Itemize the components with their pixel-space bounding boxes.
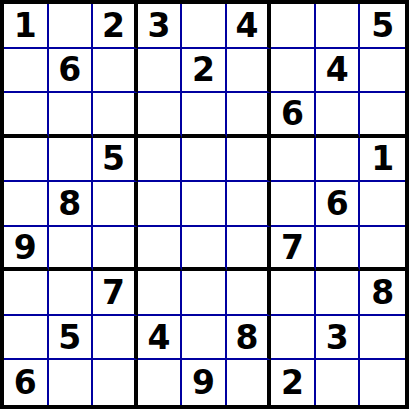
sudoku-cell-r6c3[interactable] <box>93 227 138 272</box>
sudoku-cell-r4c3[interactable]: 5 <box>93 138 138 183</box>
sudoku-cell-r4c2[interactable] <box>49 138 94 183</box>
sudoku-cell-r3c3[interactable] <box>93 93 138 138</box>
sudoku-cell-r1c6[interactable]: 4 <box>227 4 272 49</box>
sudoku-cell-r7c8[interactable] <box>316 271 361 316</box>
sudoku-cell-r4c4[interactable] <box>138 138 183 183</box>
sudoku-cell-r7c3[interactable]: 7 <box>93 271 138 316</box>
sudoku-cell-r5c1[interactable] <box>4 182 49 227</box>
sudoku-cell-r9c4[interactable] <box>138 360 183 405</box>
sudoku-cell-r8c6[interactable]: 8 <box>227 316 272 361</box>
sudoku-cell-r7c1[interactable] <box>4 271 49 316</box>
sudoku-cell-r8c2[interactable]: 5 <box>49 316 94 361</box>
sudoku-cell-r1c3[interactable]: 2 <box>93 4 138 49</box>
sudoku-cell-r9c1[interactable]: 6 <box>4 360 49 405</box>
sudoku-cell-r7c6[interactable] <box>227 271 272 316</box>
sudoku-cell-r4c6[interactable] <box>227 138 272 183</box>
sudoku-board-frame: 123456246518697785483692 <box>0 0 409 409</box>
sudoku-cell-r7c9[interactable]: 8 <box>360 271 405 316</box>
sudoku-cell-r8c1[interactable] <box>4 316 49 361</box>
sudoku-cell-r5c8[interactable]: 6 <box>316 182 361 227</box>
sudoku-cell-r1c8[interactable] <box>316 4 361 49</box>
sudoku-cell-r1c2[interactable] <box>49 4 94 49</box>
sudoku-cell-r2c3[interactable] <box>93 49 138 94</box>
sudoku-cell-r1c1[interactable]: 1 <box>4 4 49 49</box>
sudoku-cell-r9c6[interactable] <box>227 360 272 405</box>
sudoku-cell-r5c2[interactable]: 8 <box>49 182 94 227</box>
sudoku-cell-r9c5[interactable]: 9 <box>182 360 227 405</box>
sudoku-cell-r4c7[interactable] <box>271 138 316 183</box>
sudoku-cell-r1c7[interactable] <box>271 4 316 49</box>
sudoku-cell-r5c7[interactable] <box>271 182 316 227</box>
sudoku-cell-r7c7[interactable] <box>271 271 316 316</box>
sudoku-cell-r4c5[interactable] <box>182 138 227 183</box>
sudoku-cell-r2c2[interactable]: 6 <box>49 49 94 94</box>
sudoku-cell-r6c7[interactable]: 7 <box>271 227 316 272</box>
sudoku-cell-r6c5[interactable] <box>182 227 227 272</box>
sudoku-cell-r8c3[interactable] <box>93 316 138 361</box>
sudoku-cell-r5c9[interactable] <box>360 182 405 227</box>
sudoku-cell-r9c8[interactable] <box>316 360 361 405</box>
sudoku-cell-r2c6[interactable] <box>227 49 272 94</box>
sudoku-cell-r2c8[interactable]: 4 <box>316 49 361 94</box>
sudoku-cell-r3c8[interactable] <box>316 93 361 138</box>
sudoku-cell-r5c6[interactable] <box>227 182 272 227</box>
sudoku-cell-r7c4[interactable] <box>138 271 183 316</box>
sudoku-cell-r6c6[interactable] <box>227 227 272 272</box>
sudoku-cell-r5c4[interactable] <box>138 182 183 227</box>
sudoku-cell-r8c8[interactable]: 3 <box>316 316 361 361</box>
sudoku-cell-r3c7[interactable]: 6 <box>271 93 316 138</box>
sudoku-cell-r3c4[interactable] <box>138 93 183 138</box>
sudoku-cell-r9c9[interactable] <box>360 360 405 405</box>
sudoku-board: 123456246518697785483692 <box>4 4 405 405</box>
sudoku-cell-r6c2[interactable] <box>49 227 94 272</box>
sudoku-cell-r1c4[interactable]: 3 <box>138 4 183 49</box>
sudoku-cell-r3c5[interactable] <box>182 93 227 138</box>
sudoku-cell-r9c2[interactable] <box>49 360 94 405</box>
sudoku-cell-r1c9[interactable]: 5 <box>360 4 405 49</box>
sudoku-cell-r3c1[interactable] <box>4 93 49 138</box>
sudoku-cell-r2c7[interactable] <box>271 49 316 94</box>
sudoku-cell-r2c1[interactable] <box>4 49 49 94</box>
sudoku-cell-r9c3[interactable] <box>93 360 138 405</box>
sudoku-cell-r9c7[interactable]: 2 <box>271 360 316 405</box>
sudoku-cell-r8c9[interactable] <box>360 316 405 361</box>
sudoku-cell-r7c2[interactable] <box>49 271 94 316</box>
sudoku-cell-r4c8[interactable] <box>316 138 361 183</box>
sudoku-cell-r6c4[interactable] <box>138 227 183 272</box>
sudoku-cell-r8c5[interactable] <box>182 316 227 361</box>
sudoku-cell-r3c2[interactable] <box>49 93 94 138</box>
sudoku-cell-r6c8[interactable] <box>316 227 361 272</box>
sudoku-cell-r2c9[interactable] <box>360 49 405 94</box>
sudoku-cell-r2c4[interactable] <box>138 49 183 94</box>
sudoku-cell-r3c6[interactable] <box>227 93 272 138</box>
sudoku-cell-r6c1[interactable]: 9 <box>4 227 49 272</box>
sudoku-cell-r2c5[interactable]: 2 <box>182 49 227 94</box>
sudoku-cell-r7c5[interactable] <box>182 271 227 316</box>
sudoku-cell-r5c5[interactable] <box>182 182 227 227</box>
sudoku-cell-r3c9[interactable] <box>360 93 405 138</box>
sudoku-cell-r1c5[interactable] <box>182 4 227 49</box>
sudoku-cell-r4c1[interactable] <box>4 138 49 183</box>
sudoku-cell-r5c3[interactable] <box>93 182 138 227</box>
sudoku-cell-r8c7[interactable] <box>271 316 316 361</box>
sudoku-cell-r4c9[interactable]: 1 <box>360 138 405 183</box>
sudoku-cell-r8c4[interactable]: 4 <box>138 316 183 361</box>
sudoku-cell-r6c9[interactable] <box>360 227 405 272</box>
